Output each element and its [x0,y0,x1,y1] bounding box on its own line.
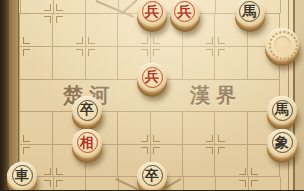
position-marker [153,147,160,154]
position-marker [76,49,83,56]
position-marker [218,49,225,56]
xiangqi-board: 楚河 漢界 兵兵馬兵卒馬相象車卒 [0,0,304,190]
file-line-stub-top [215,0,216,13]
piece-black-chariot[interactable]: 車 [7,163,37,191]
position-marker [218,37,225,44]
file-line-stub-bottom [248,177,249,190]
position-marker [206,135,213,142]
position-marker [23,147,30,154]
piece-glyph: 兵 [137,2,167,20]
piece-glyph: 象 [267,134,297,152]
position-marker [141,37,148,44]
position-marker [56,4,63,11]
position-marker [76,37,83,44]
position-marker [44,168,51,175]
position-marker [56,180,63,187]
position-marker [141,135,148,142]
position-marker [141,147,148,154]
piece-glyph: 馬 [267,101,297,119]
piece-glyph: 馬 [235,2,265,20]
position-marker [251,180,258,187]
file-line-stub-top [85,0,86,13]
file-line-stub-bottom [53,177,54,190]
piece-glyph: 卒 [137,166,167,184]
piece-red-pawn[interactable]: 兵 [137,64,167,94]
piece-black-pawn[interactable]: 卒 [137,163,167,191]
position-marker [206,37,213,44]
position-marker [23,49,30,56]
position-marker [153,135,160,142]
file-line-stub-top [53,0,54,13]
position-marker [218,147,225,154]
position-marker [56,16,63,23]
position-marker [206,147,213,154]
position-marker [44,4,51,11]
piece-glyph: 兵 [137,68,167,86]
piece-glyph: 兵 [170,2,200,20]
piece-glyph: 卒 [72,101,102,119]
file-line-stub-bottom [280,177,281,190]
position-marker [141,49,148,56]
board-left-wood-edge [9,0,18,190]
piece-red-elephant[interactable]: 相 [72,130,102,160]
position-marker [23,37,30,44]
file-line-stub-bottom [183,177,184,190]
position-marker [88,37,95,44]
piece-face-down[interactable] [265,29,299,63]
piece-glyph: 相 [72,134,102,152]
position-marker [44,16,51,23]
position-marker [23,135,30,142]
file-line-stub-bottom [215,177,216,190]
file-line-stub-bottom [85,177,86,190]
file-line-stub-top [20,0,21,13]
piece-red-pawn[interactable]: 兵 [170,0,200,29]
position-marker [218,135,225,142]
board-left-shadow-edge [0,0,9,190]
position-marker [206,49,213,56]
file-line-stub-top [280,0,281,13]
piece-black-horse[interactable]: 馬 [267,97,297,127]
position-marker [239,180,246,187]
piece-black-horse[interactable]: 馬 [235,0,265,29]
river-label-right: 漢界 [190,84,242,106]
position-marker [44,180,51,187]
piece-glyph: 車 [7,166,37,184]
position-marker [239,168,246,175]
grid-cell [20,79,52,111]
position-marker [56,168,63,175]
position-marker [153,49,160,56]
position-marker [88,49,95,56]
piece-black-elephant[interactable]: 象 [267,130,297,160]
piece-black-pawn[interactable]: 卒 [72,97,102,127]
position-marker [153,37,160,44]
piece-red-pawn[interactable]: 兵 [137,0,167,29]
position-marker [251,168,258,175]
